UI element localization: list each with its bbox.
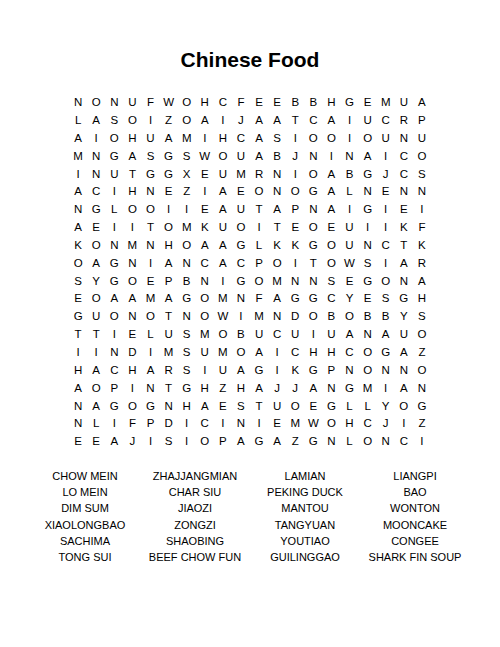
- grid-cell: A: [196, 397, 214, 415]
- word-item: SHARK FIN SOUP: [360, 549, 470, 565]
- grid-cell: I: [268, 362, 286, 380]
- grid-cell: O: [105, 308, 123, 326]
- grid-cell: A: [214, 183, 232, 201]
- grid-cell: B: [359, 308, 377, 326]
- word-list-column-4: LIANGPIBAOWONTONMOONCAKECONGEESHARK FIN …: [360, 468, 470, 565]
- grid-cell: F: [250, 290, 268, 308]
- grid-cell: O: [359, 433, 377, 451]
- grid-cell: H: [232, 380, 250, 398]
- grid-cell: S: [69, 272, 87, 290]
- grid-cell: S: [178, 344, 196, 362]
- grid-cell: O: [214, 326, 232, 344]
- grid-cell: O: [87, 380, 105, 398]
- word-item: LO MEIN: [30, 484, 140, 500]
- grid-cell: O: [69, 255, 87, 273]
- grid-cell: U: [340, 237, 358, 255]
- grid-cell: B: [286, 94, 304, 112]
- grid-cell: E: [196, 201, 214, 219]
- grid-cell: J: [286, 148, 304, 166]
- grid-cell: N: [359, 237, 377, 255]
- grid-cell: W: [214, 308, 232, 326]
- grid-cell: M: [268, 272, 286, 290]
- grid-cell: O: [178, 112, 196, 130]
- grid-cell: A: [232, 433, 250, 451]
- grid-cell: P: [214, 433, 232, 451]
- grid-cell: J: [123, 433, 141, 451]
- grid-cell: A: [322, 183, 340, 201]
- grid-cell: H: [322, 94, 340, 112]
- grid-cell: L: [359, 397, 377, 415]
- grid-cell: H: [340, 415, 358, 433]
- grid-cell: I: [123, 380, 141, 398]
- grid-cell: I: [214, 415, 232, 433]
- grid-cell: P: [160, 272, 178, 290]
- grid-cell: O: [123, 201, 141, 219]
- grid-cell: A: [268, 290, 286, 308]
- grid-cell: G: [286, 290, 304, 308]
- grid-cell: O: [304, 130, 322, 148]
- word-item: ZONGZI: [140, 517, 250, 533]
- grid-cell: N: [322, 380, 340, 398]
- grid-cell: P: [286, 201, 304, 219]
- grid-cell: M: [69, 148, 87, 166]
- grid-cell: N: [69, 397, 87, 415]
- grid-cell: B: [304, 94, 322, 112]
- grid-cell: N: [232, 415, 250, 433]
- grid-cell: O: [123, 397, 141, 415]
- grid-cell: M: [123, 237, 141, 255]
- grid-cell: N: [268, 165, 286, 183]
- grid-cell: N: [395, 183, 413, 201]
- word-item: XIAOLONGBAO: [30, 517, 140, 533]
- grid-cell: N: [322, 433, 340, 451]
- grid-cell: N: [196, 272, 214, 290]
- word-item: YOUTIAO: [250, 533, 360, 549]
- grid-cell: N: [340, 148, 358, 166]
- grid-cell: I: [340, 112, 358, 130]
- grid-cell: A: [322, 165, 340, 183]
- grid-cell: G: [141, 397, 159, 415]
- grid-cell: N: [304, 148, 322, 166]
- grid-cell: N: [123, 255, 141, 273]
- grid-cell: Z: [160, 112, 178, 130]
- grid-cell: O: [196, 308, 214, 326]
- grid-cell: A: [395, 344, 413, 362]
- grid-cell: I: [105, 326, 123, 344]
- grid-cell: T: [160, 308, 178, 326]
- grid-cell: N: [87, 165, 105, 183]
- grid-cell: C: [377, 237, 395, 255]
- grid-cell: E: [196, 165, 214, 183]
- grid-cell: M: [250, 308, 268, 326]
- grid-cell: R: [160, 362, 178, 380]
- grid-cell: N: [377, 433, 395, 451]
- grid-cell: C: [214, 94, 232, 112]
- grid-cell: H: [304, 344, 322, 362]
- grid-cell: E: [232, 183, 250, 201]
- grid-cell: A: [395, 255, 413, 273]
- grid-cell: K: [69, 237, 87, 255]
- grid-cell: O: [141, 308, 159, 326]
- grid-cell: Y: [377, 397, 395, 415]
- grid-cell: P: [250, 255, 268, 273]
- grid-cell: Z: [413, 415, 431, 433]
- grid-cell: E: [395, 201, 413, 219]
- grid-cell: O: [377, 272, 395, 290]
- grid-cell: U: [123, 94, 141, 112]
- grid-cell: A: [87, 362, 105, 380]
- grid-cell: A: [214, 255, 232, 273]
- grid-cell: S: [141, 148, 159, 166]
- word-list-column-2: ZHAJJANGMIANCHAR SIUJIAOZIZONGZISHAOBING…: [140, 468, 250, 565]
- grid-cell: I: [340, 201, 358, 219]
- grid-cell: K: [286, 237, 304, 255]
- grid-cell: A: [359, 148, 377, 166]
- grid-cell: U: [395, 94, 413, 112]
- grid-cell: A: [322, 112, 340, 130]
- grid-cell: A: [69, 380, 87, 398]
- grid-cell: W: [196, 148, 214, 166]
- grid-cell: B: [322, 308, 340, 326]
- grid-cell: W: [340, 255, 358, 273]
- grid-cell: G: [69, 308, 87, 326]
- grid-cell: N: [359, 183, 377, 201]
- grid-cell: A: [214, 201, 232, 219]
- grid-cell: A: [395, 380, 413, 398]
- grid-cell: O: [304, 219, 322, 237]
- grid-cell: G: [232, 272, 250, 290]
- grid-cell: J: [377, 415, 395, 433]
- grid-cell: O: [232, 344, 250, 362]
- grid-cell: N: [160, 397, 178, 415]
- grid-cell: A: [160, 255, 178, 273]
- grid-cell: X: [178, 165, 196, 183]
- grid-cell: J: [377, 165, 395, 183]
- grid-cell: O: [304, 308, 322, 326]
- grid-cell: A: [105, 433, 123, 451]
- grid-cell: O: [322, 237, 340, 255]
- grid-cell: I: [286, 255, 304, 273]
- grid-cell: I: [178, 415, 196, 433]
- grid-cell: N: [141, 237, 159, 255]
- grid-cell: U: [286, 326, 304, 344]
- grid-cell: U: [141, 130, 159, 148]
- grid-cell: I: [69, 165, 87, 183]
- grid-cell: L: [105, 201, 123, 219]
- grid-cell: G: [359, 201, 377, 219]
- grid-cell: M: [196, 326, 214, 344]
- grid-cell: I: [286, 165, 304, 183]
- grid-cell: I: [377, 219, 395, 237]
- word-item: MANTOU: [250, 500, 360, 516]
- grid-cell: E: [377, 183, 395, 201]
- grid-cell: I: [214, 272, 232, 290]
- grid-cell: F: [232, 94, 250, 112]
- grid-cell: G: [359, 165, 377, 183]
- grid-cell: A: [160, 290, 178, 308]
- grid-cell: O: [322, 415, 340, 433]
- grid-cell: C: [377, 112, 395, 130]
- grid-cell: T: [141, 219, 159, 237]
- grid-cell: A: [87, 112, 105, 130]
- grid-cell: T: [250, 201, 268, 219]
- grid-cell: N: [268, 308, 286, 326]
- grid-cell: S: [268, 130, 286, 148]
- grid-cell: G: [178, 380, 196, 398]
- grid-cell: I: [123, 219, 141, 237]
- grid-cell: I: [141, 112, 159, 130]
- grid-cell: O: [413, 362, 431, 380]
- grid-cell: A: [123, 290, 141, 308]
- grid-cell: R: [413, 255, 431, 273]
- grid-cell: G: [105, 255, 123, 273]
- grid-cell: U: [413, 130, 431, 148]
- grid-cell: N: [377, 362, 395, 380]
- grid-cell: I: [413, 433, 431, 451]
- grid-cell: G: [395, 290, 413, 308]
- grid-cell: O: [178, 237, 196, 255]
- grid-cell: O: [160, 219, 178, 237]
- word-list-column-3: LAMIANPEKING DUCKMANTOUTANGYUANYOUTIAOGU…: [250, 468, 360, 565]
- grid-cell: U: [160, 326, 178, 344]
- grid-cell: I: [196, 362, 214, 380]
- grid-cell: A: [377, 326, 395, 344]
- grid-cell: S: [322, 272, 340, 290]
- grid-cell: H: [322, 344, 340, 362]
- grid-cell: H: [123, 130, 141, 148]
- grid-cell: A: [160, 130, 178, 148]
- grid-cell: I: [87, 344, 105, 362]
- grid-cell: O: [196, 433, 214, 451]
- grid-cell: N: [286, 272, 304, 290]
- grid-cell: N: [395, 362, 413, 380]
- grid-cell: C: [196, 415, 214, 433]
- grid-cell: Y: [395, 308, 413, 326]
- grid-cell: G: [304, 433, 322, 451]
- word-item: SHAOBING: [140, 533, 250, 549]
- grid-cell: N: [413, 183, 431, 201]
- grid-cell: G: [304, 362, 322, 380]
- grid-cell: Y: [87, 272, 105, 290]
- grid-cell: R: [395, 112, 413, 130]
- grid-cell: L: [69, 112, 87, 130]
- grid-cell: U: [105, 165, 123, 183]
- grid-cell: O: [322, 255, 340, 273]
- grid-cell: I: [377, 255, 395, 273]
- grid-cell: E: [340, 272, 358, 290]
- grid-cell: O: [123, 112, 141, 130]
- grid-cell: N: [69, 94, 87, 112]
- grid-cell: L: [340, 433, 358, 451]
- grid-cell: K: [196, 219, 214, 237]
- grid-cell: U: [87, 308, 105, 326]
- word-item: ZHAJJANGMIAN: [140, 468, 250, 484]
- grid-cell: O: [413, 148, 431, 166]
- grid-cell: G: [377, 344, 395, 362]
- grid-cell: N: [87, 148, 105, 166]
- grid-cell: A: [250, 112, 268, 130]
- grid-cell: G: [141, 165, 159, 183]
- grid-cell: H: [196, 94, 214, 112]
- word-item: CHAR SIU: [140, 484, 250, 500]
- grid-cell: W: [160, 94, 178, 112]
- grid-cell: B: [232, 326, 250, 344]
- grid-cell: I: [304, 326, 322, 344]
- grid-cell: I: [395, 415, 413, 433]
- grid-cell: I: [250, 415, 268, 433]
- word-item: BAO: [360, 484, 470, 500]
- grid-cell: E: [87, 433, 105, 451]
- grid-cell: H: [123, 362, 141, 380]
- grid-cell: N: [395, 130, 413, 148]
- grid-cell: I: [141, 433, 159, 451]
- grid-cell: N: [69, 415, 87, 433]
- grid-cell: I: [87, 130, 105, 148]
- grid-cell: K: [268, 237, 286, 255]
- grid-cell: O: [232, 219, 250, 237]
- grid-cell: T: [123, 165, 141, 183]
- grid-cell: Y: [340, 290, 358, 308]
- grid-cell: O: [268, 255, 286, 273]
- grid-cell: L: [250, 237, 268, 255]
- grid-cell: L: [340, 183, 358, 201]
- grid-cell: G: [105, 148, 123, 166]
- grid-cell: G: [178, 290, 196, 308]
- grid-cell: H: [123, 183, 141, 201]
- grid-cell: M: [160, 344, 178, 362]
- grid-cell: G: [304, 237, 322, 255]
- grid-cell: R: [250, 165, 268, 183]
- grid-cell: H: [160, 237, 178, 255]
- grid-cell: C: [196, 255, 214, 273]
- grid-cell: O: [105, 130, 123, 148]
- grid-cell: O: [359, 130, 377, 148]
- grid-cell: P: [105, 380, 123, 398]
- grid-cell: A: [340, 326, 358, 344]
- grid-cell: I: [377, 201, 395, 219]
- grid-cell: U: [196, 344, 214, 362]
- grid-cell: O: [87, 290, 105, 308]
- grid-cell: C: [105, 362, 123, 380]
- grid-cell: I: [413, 201, 431, 219]
- grid-cell: O: [141, 201, 159, 219]
- word-item: PEKING DUCK: [250, 484, 360, 500]
- grid-cell: G: [340, 94, 358, 112]
- grid-cell: S: [377, 290, 395, 308]
- grid-cell: G: [304, 183, 322, 201]
- grid-cell: M: [359, 380, 377, 398]
- grid-cell: U: [250, 326, 268, 344]
- grid-cell: B: [340, 165, 358, 183]
- grid-cell: T: [87, 326, 105, 344]
- grid-cell: H: [196, 380, 214, 398]
- grid-cell: T: [160, 380, 178, 398]
- grid-cell: U: [232, 201, 250, 219]
- grid-cell: A: [196, 237, 214, 255]
- grid-cell: M: [141, 290, 159, 308]
- grid-cell: U: [214, 219, 232, 237]
- word-item: JIAOZI: [140, 500, 250, 516]
- grid-cell: P: [141, 415, 159, 433]
- grid-cell: G: [359, 272, 377, 290]
- grid-cell: C: [87, 183, 105, 201]
- grid-cell: I: [250, 219, 268, 237]
- grid-cell: M: [377, 94, 395, 112]
- grid-cell: C: [268, 326, 286, 344]
- grid-cell: N: [141, 380, 159, 398]
- grid-cell: N: [178, 308, 196, 326]
- grid-cell: O: [123, 272, 141, 290]
- grid-cell: I: [322, 148, 340, 166]
- grid-cell: N: [69, 201, 87, 219]
- grid-cell: E: [69, 290, 87, 308]
- word-list: CHOW MEINLO MEINDIM SUMXIAOLONGBAOSACHIM…: [30, 468, 470, 565]
- grid-cell: K: [413, 237, 431, 255]
- grid-cell: O: [250, 183, 268, 201]
- grid-cell: I: [141, 344, 159, 362]
- grid-cell: S: [413, 308, 431, 326]
- grid-cell: M: [178, 219, 196, 237]
- grid-cell: G: [340, 380, 358, 398]
- grid-cell: M: [214, 344, 232, 362]
- grid-cell: K: [286, 362, 304, 380]
- grid-cell: M: [286, 415, 304, 433]
- grid-cell: G: [105, 397, 123, 415]
- grid-cell: A: [69, 219, 87, 237]
- grid-cell: A: [196, 112, 214, 130]
- grid-cell: A: [250, 148, 268, 166]
- grid-cell: E: [268, 415, 286, 433]
- grid-cell: M: [232, 165, 250, 183]
- grid-cell: I: [196, 130, 214, 148]
- grid-cell: E: [214, 397, 232, 415]
- grid-cell: U: [359, 112, 377, 130]
- grid-cell: C: [359, 415, 377, 433]
- grid-cell: A: [250, 380, 268, 398]
- grid-cell: D: [123, 344, 141, 362]
- grid-cell: J: [268, 380, 286, 398]
- grid-cell: L: [141, 326, 159, 344]
- grid-cell: C: [286, 344, 304, 362]
- grid-cell: O: [87, 237, 105, 255]
- grid-cell: U: [214, 165, 232, 183]
- letter-grid: NONUFWOHCFEEBBHGEMUALASOIZOAIJAATCAIUCRP…: [69, 94, 431, 451]
- grid-cell: T: [268, 219, 286, 237]
- grid-cell: A: [105, 290, 123, 308]
- grid-cell: I: [377, 148, 395, 166]
- grid-cell: N: [232, 290, 250, 308]
- grid-cell: W: [304, 415, 322, 433]
- grid-cell: E: [322, 219, 340, 237]
- grid-cell: I: [286, 130, 304, 148]
- grid-cell: T: [69, 326, 87, 344]
- grid-cell: G: [413, 397, 431, 415]
- grid-cell: B: [377, 308, 395, 326]
- grid-cell: M: [178, 130, 196, 148]
- grid-cell: G: [105, 272, 123, 290]
- grid-cell: N: [123, 308, 141, 326]
- grid-cell: E: [123, 326, 141, 344]
- grid-cell: K: [395, 219, 413, 237]
- grid-cell: P: [413, 112, 431, 130]
- grid-cell: O: [196, 290, 214, 308]
- grid-cell: N: [268, 183, 286, 201]
- word-item: LIANGPI: [360, 468, 470, 484]
- grid-cell: N: [178, 255, 196, 273]
- grid-cell: T: [250, 397, 268, 415]
- grid-cell: S: [359, 255, 377, 273]
- grid-cell: O: [87, 94, 105, 112]
